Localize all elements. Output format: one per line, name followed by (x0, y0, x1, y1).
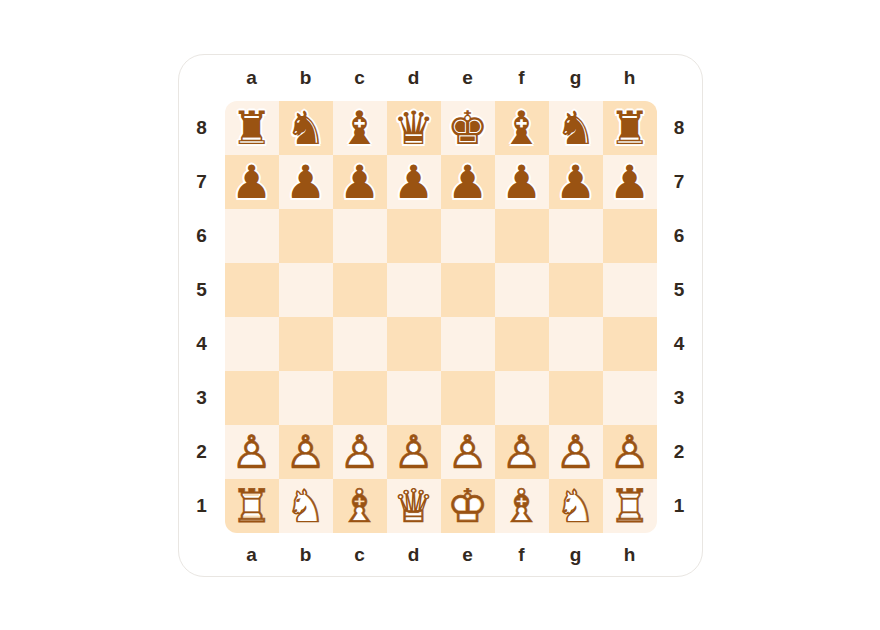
file-label-top-a: a (246, 68, 257, 87)
rank-labels-left: 87654321 (179, 101, 225, 533)
white-piece-outline-layer: ♘ (555, 483, 596, 529)
piece-black-knight[interactable]: ♞ (279, 101, 333, 155)
file-label-top-e: e (462, 68, 473, 87)
piece-white-bishop[interactable]: ♝♗ (495, 479, 549, 533)
rank-label-right-7: 7 (674, 172, 685, 191)
square-f6[interactable] (495, 209, 549, 263)
file-label-top-f: f (518, 68, 524, 87)
square-d4[interactable] (387, 317, 441, 371)
square-e3[interactable] (441, 371, 495, 425)
file-label-top-b: b (300, 68, 312, 87)
file-label-top-d: d (408, 68, 420, 87)
file-label-top-g: g (570, 68, 582, 87)
square-h4[interactable] (603, 317, 657, 371)
rank-label-right-8: 8 (674, 118, 685, 137)
piece-black-rook[interactable]: ♜ (225, 101, 279, 155)
white-piece-outline-layer: ♖ (231, 483, 272, 529)
piece-white-queen[interactable]: ♛♕ (387, 479, 441, 533)
square-g8[interactable]: ♞ (549, 101, 603, 155)
white-piece-outline-layer: ♙ (339, 429, 380, 475)
square-c2[interactable]: ♟♙ (333, 425, 387, 479)
file-label-bottom-g: g (570, 545, 582, 564)
file-label-top-h: h (624, 68, 636, 87)
square-e2[interactable]: ♟♙ (441, 425, 495, 479)
rank-label-left-8: 8 (196, 118, 207, 137)
file-label-bottom-c: c (354, 545, 365, 564)
rank-label-right-2: 2 (674, 442, 685, 461)
file-label-bottom-h: h (624, 545, 636, 564)
square-d2[interactable]: ♟♙ (387, 425, 441, 479)
piece-black-rook[interactable]: ♜ (603, 101, 657, 155)
square-a6[interactable] (225, 209, 279, 263)
file-labels-top: abcdefgh (225, 55, 657, 101)
square-c8[interactable]: ♝ (333, 101, 387, 155)
square-a5[interactable] (225, 263, 279, 317)
white-piece-outline-layer: ♕ (393, 483, 434, 529)
rank-label-left-3: 3 (196, 388, 207, 407)
square-b6[interactable] (279, 209, 333, 263)
file-label-bottom-d: d (408, 545, 420, 564)
square-d7[interactable]: ♟ (387, 155, 441, 209)
piece-white-pawn[interactable]: ♟♙ (225, 425, 279, 479)
piece-white-rook[interactable]: ♜♖ (603, 479, 657, 533)
square-g3[interactable] (549, 371, 603, 425)
square-d5[interactable] (387, 263, 441, 317)
piece-black-knight[interactable]: ♞ (549, 101, 603, 155)
board: ♜♞♝♛♚♝♞♜♟♟♟♟♟♟♟♟♟♙♟♙♟♙♟♙♟♙♟♙♟♙♟♙♜♖♞♘♝♗♛♕… (225, 101, 657, 533)
white-piece-outline-layer: ♙ (609, 429, 650, 475)
square-c1[interactable]: ♝♗ (333, 479, 387, 533)
piece-white-pawn[interactable]: ♟♙ (441, 425, 495, 479)
square-g4[interactable] (549, 317, 603, 371)
square-h7[interactable]: ♟ (603, 155, 657, 209)
square-f5[interactable] (495, 263, 549, 317)
square-f8[interactable]: ♝ (495, 101, 549, 155)
rank-label-left-4: 4 (196, 334, 207, 353)
rank-label-right-1: 1 (674, 496, 685, 515)
square-h6[interactable] (603, 209, 657, 263)
square-a1[interactable]: ♜♖ (225, 479, 279, 533)
square-c3[interactable] (333, 371, 387, 425)
square-e8[interactable]: ♚ (441, 101, 495, 155)
white-piece-outline-layer: ♗ (339, 483, 380, 529)
square-g7[interactable]: ♟ (549, 155, 603, 209)
piece-white-bishop[interactable]: ♝♗ (333, 479, 387, 533)
square-c4[interactable] (333, 317, 387, 371)
chessboard-card: abcdefgh 87654321 ♜♞♝♛♚♝♞♜♟♟♟♟♟♟♟♟♟♙♟♙♟♙… (178, 54, 703, 577)
piece-black-pawn[interactable]: ♟ (333, 155, 387, 209)
square-c7[interactable]: ♟ (333, 155, 387, 209)
square-h2[interactable]: ♟♙ (603, 425, 657, 479)
square-b1[interactable]: ♞♘ (279, 479, 333, 533)
piece-black-pawn[interactable]: ♟ (279, 155, 333, 209)
file-label-bottom-b: b (300, 545, 312, 564)
square-g5[interactable] (549, 263, 603, 317)
square-f4[interactable] (495, 317, 549, 371)
square-g6[interactable] (549, 209, 603, 263)
square-b7[interactable]: ♟ (279, 155, 333, 209)
piece-white-pawn[interactable]: ♟♙ (279, 425, 333, 479)
rank-label-right-5: 5 (674, 280, 685, 299)
rank-label-left-2: 2 (196, 442, 207, 461)
rank-label-left-7: 7 (196, 172, 207, 191)
piece-white-pawn[interactable]: ♟♙ (387, 425, 441, 479)
square-f3[interactable] (495, 371, 549, 425)
piece-white-rook[interactable]: ♜♖ (225, 479, 279, 533)
file-label-top-c: c (354, 68, 365, 87)
square-e6[interactable] (441, 209, 495, 263)
square-a7[interactable]: ♟ (225, 155, 279, 209)
square-a4[interactable] (225, 317, 279, 371)
square-b4[interactable] (279, 317, 333, 371)
piece-black-bishop[interactable]: ♝ (333, 101, 387, 155)
piece-black-pawn[interactable]: ♟ (441, 155, 495, 209)
rank-label-left-6: 6 (196, 226, 207, 245)
square-h5[interactable] (603, 263, 657, 317)
white-piece-outline-layer: ♙ (231, 429, 272, 475)
square-a2[interactable]: ♟♙ (225, 425, 279, 479)
piece-white-knight[interactable]: ♞♘ (549, 479, 603, 533)
rank-label-right-4: 4 (674, 334, 685, 353)
rank-label-left-5: 5 (196, 280, 207, 299)
piece-white-knight[interactable]: ♞♘ (279, 479, 333, 533)
rank-label-right-6: 6 (674, 226, 685, 245)
square-h1[interactable]: ♜♖ (603, 479, 657, 533)
rank-label-right-3: 3 (674, 388, 685, 407)
piece-black-pawn[interactable]: ♟ (495, 155, 549, 209)
square-h8[interactable]: ♜ (603, 101, 657, 155)
square-e7[interactable]: ♟ (441, 155, 495, 209)
white-piece-outline-layer: ♙ (285, 429, 326, 475)
file-label-bottom-e: e (462, 545, 473, 564)
white-piece-outline-layer: ♔ (447, 483, 488, 529)
square-g2[interactable]: ♟♙ (549, 425, 603, 479)
white-piece-outline-layer: ♘ (285, 483, 326, 529)
white-piece-outline-layer: ♗ (501, 483, 542, 529)
rank-labels-right: 87654321 (657, 101, 702, 533)
square-c6[interactable] (333, 209, 387, 263)
piece-black-pawn[interactable]: ♟ (387, 155, 441, 209)
square-b3[interactable] (279, 371, 333, 425)
piece-white-pawn[interactable]: ♟♙ (549, 425, 603, 479)
white-piece-outline-layer: ♙ (447, 429, 488, 475)
square-f2[interactable]: ♟♙ (495, 425, 549, 479)
square-f1[interactable]: ♝♗ (495, 479, 549, 533)
square-b2[interactable]: ♟♙ (279, 425, 333, 479)
white-piece-outline-layer: ♖ (609, 483, 650, 529)
square-a8[interactable]: ♜ (225, 101, 279, 155)
piece-white-pawn[interactable]: ♟♙ (333, 425, 387, 479)
square-d6[interactable] (387, 209, 441, 263)
square-e4[interactable] (441, 317, 495, 371)
square-b8[interactable]: ♞ (279, 101, 333, 155)
square-d3[interactable] (387, 371, 441, 425)
square-a3[interactable] (225, 371, 279, 425)
piece-black-pawn[interactable]: ♟ (603, 155, 657, 209)
piece-black-queen[interactable]: ♛ (387, 101, 441, 155)
square-h3[interactable] (603, 371, 657, 425)
piece-white-pawn[interactable]: ♟♙ (603, 425, 657, 479)
file-label-bottom-a: a (246, 545, 257, 564)
piece-black-bishop[interactable]: ♝ (495, 101, 549, 155)
white-piece-outline-layer: ♙ (501, 429, 542, 475)
piece-black-pawn[interactable]: ♟ (225, 155, 279, 209)
piece-white-pawn[interactable]: ♟♙ (495, 425, 549, 479)
square-b5[interactable] (279, 263, 333, 317)
rank-label-left-1: 1 (196, 496, 207, 515)
square-d1[interactable]: ♛♕ (387, 479, 441, 533)
square-e5[interactable] (441, 263, 495, 317)
piece-black-pawn[interactable]: ♟ (549, 155, 603, 209)
white-piece-outline-layer: ♙ (393, 429, 434, 475)
square-f7[interactable]: ♟ (495, 155, 549, 209)
white-piece-outline-layer: ♙ (555, 429, 596, 475)
file-label-bottom-f: f (518, 545, 524, 564)
square-c5[interactable] (333, 263, 387, 317)
file-labels-bottom: abcdefgh (225, 533, 657, 576)
piece-black-king[interactable]: ♚ (441, 101, 495, 155)
square-e1[interactable]: ♚♔ (441, 479, 495, 533)
piece-white-king[interactable]: ♚♔ (441, 479, 495, 533)
square-g1[interactable]: ♞♘ (549, 479, 603, 533)
square-d8[interactable]: ♛ (387, 101, 441, 155)
